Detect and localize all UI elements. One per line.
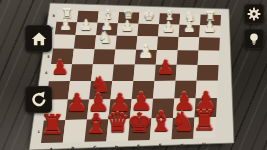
piece-red-pawn-a4[interactable]: ♟ <box>51 58 69 78</box>
square-f6[interactable] <box>157 36 179 50</box>
lightbulb-icon <box>247 32 261 46</box>
piece-silver-king-e8[interactable]: ♚ <box>143 10 154 22</box>
settings-button[interactable] <box>244 4 264 24</box>
piece-silver-pawn-b7[interactable]: ♟ <box>80 19 92 33</box>
piece-silver-pawn-g7[interactable]: ♟ <box>183 21 195 35</box>
undo-button[interactable] <box>25 86 52 113</box>
square-h6[interactable] <box>198 37 219 50</box>
file-label-d: D <box>115 145 119 150</box>
square-b6[interactable] <box>74 35 96 49</box>
file-label-a: A <box>49 147 53 150</box>
home-icon <box>31 31 47 47</box>
file-label-f: F <box>159 143 162 148</box>
square-g6[interactable] <box>178 37 200 51</box>
hint-button[interactable] <box>244 29 264 49</box>
file-label-c: C <box>93 145 96 150</box>
square-g4[interactable] <box>176 65 198 81</box>
piece-silver-pawn-h7[interactable]: ♟ <box>203 21 215 35</box>
piece-silver-pawn-a7[interactable]: ♟ <box>59 19 71 33</box>
square-h5[interactable] <box>198 50 220 65</box>
piece-silver-knight-c6[interactable]: ♞ <box>98 31 112 47</box>
square-d6[interactable] <box>115 36 137 50</box>
square-h4[interactable] <box>197 65 219 81</box>
undo-icon <box>30 91 47 108</box>
file-label-e: E <box>137 144 140 149</box>
square-a6[interactable] <box>53 35 75 49</box>
square-g5[interactable] <box>177 50 199 65</box>
home-button[interactable] <box>25 25 52 52</box>
square-e4[interactable] <box>133 65 155 81</box>
piece-red-rook-a1[interactable]: ♜ <box>40 111 65 138</box>
gear-icon <box>247 7 261 21</box>
square-d4[interactable] <box>112 64 135 81</box>
square-b5[interactable] <box>72 49 95 64</box>
square-e7[interactable] <box>137 24 159 37</box>
piece-silver-pawn-f7[interactable]: ♟ <box>162 21 174 35</box>
piece-silver-pawn-d7[interactable]: ♟ <box>121 20 133 34</box>
file-label-g: G <box>180 143 184 148</box>
chess-app-screen: ABCDEFGH12345678 ♜♝♛♚♝♞♜♟♟♟♟♟♟♟♞♟♟♟♞♟♟♟♟… <box>0 0 267 150</box>
square-d5[interactable] <box>114 49 136 64</box>
file-label-h: H <box>202 142 206 147</box>
piece-silver-pawn-e5[interactable]: ♟ <box>138 44 154 62</box>
square-c5[interactable] <box>93 49 115 64</box>
piece-red-pawn-f4[interactable]: ♟ <box>156 58 174 78</box>
piece-red-rook-h1[interactable]: ♜ <box>192 107 217 134</box>
